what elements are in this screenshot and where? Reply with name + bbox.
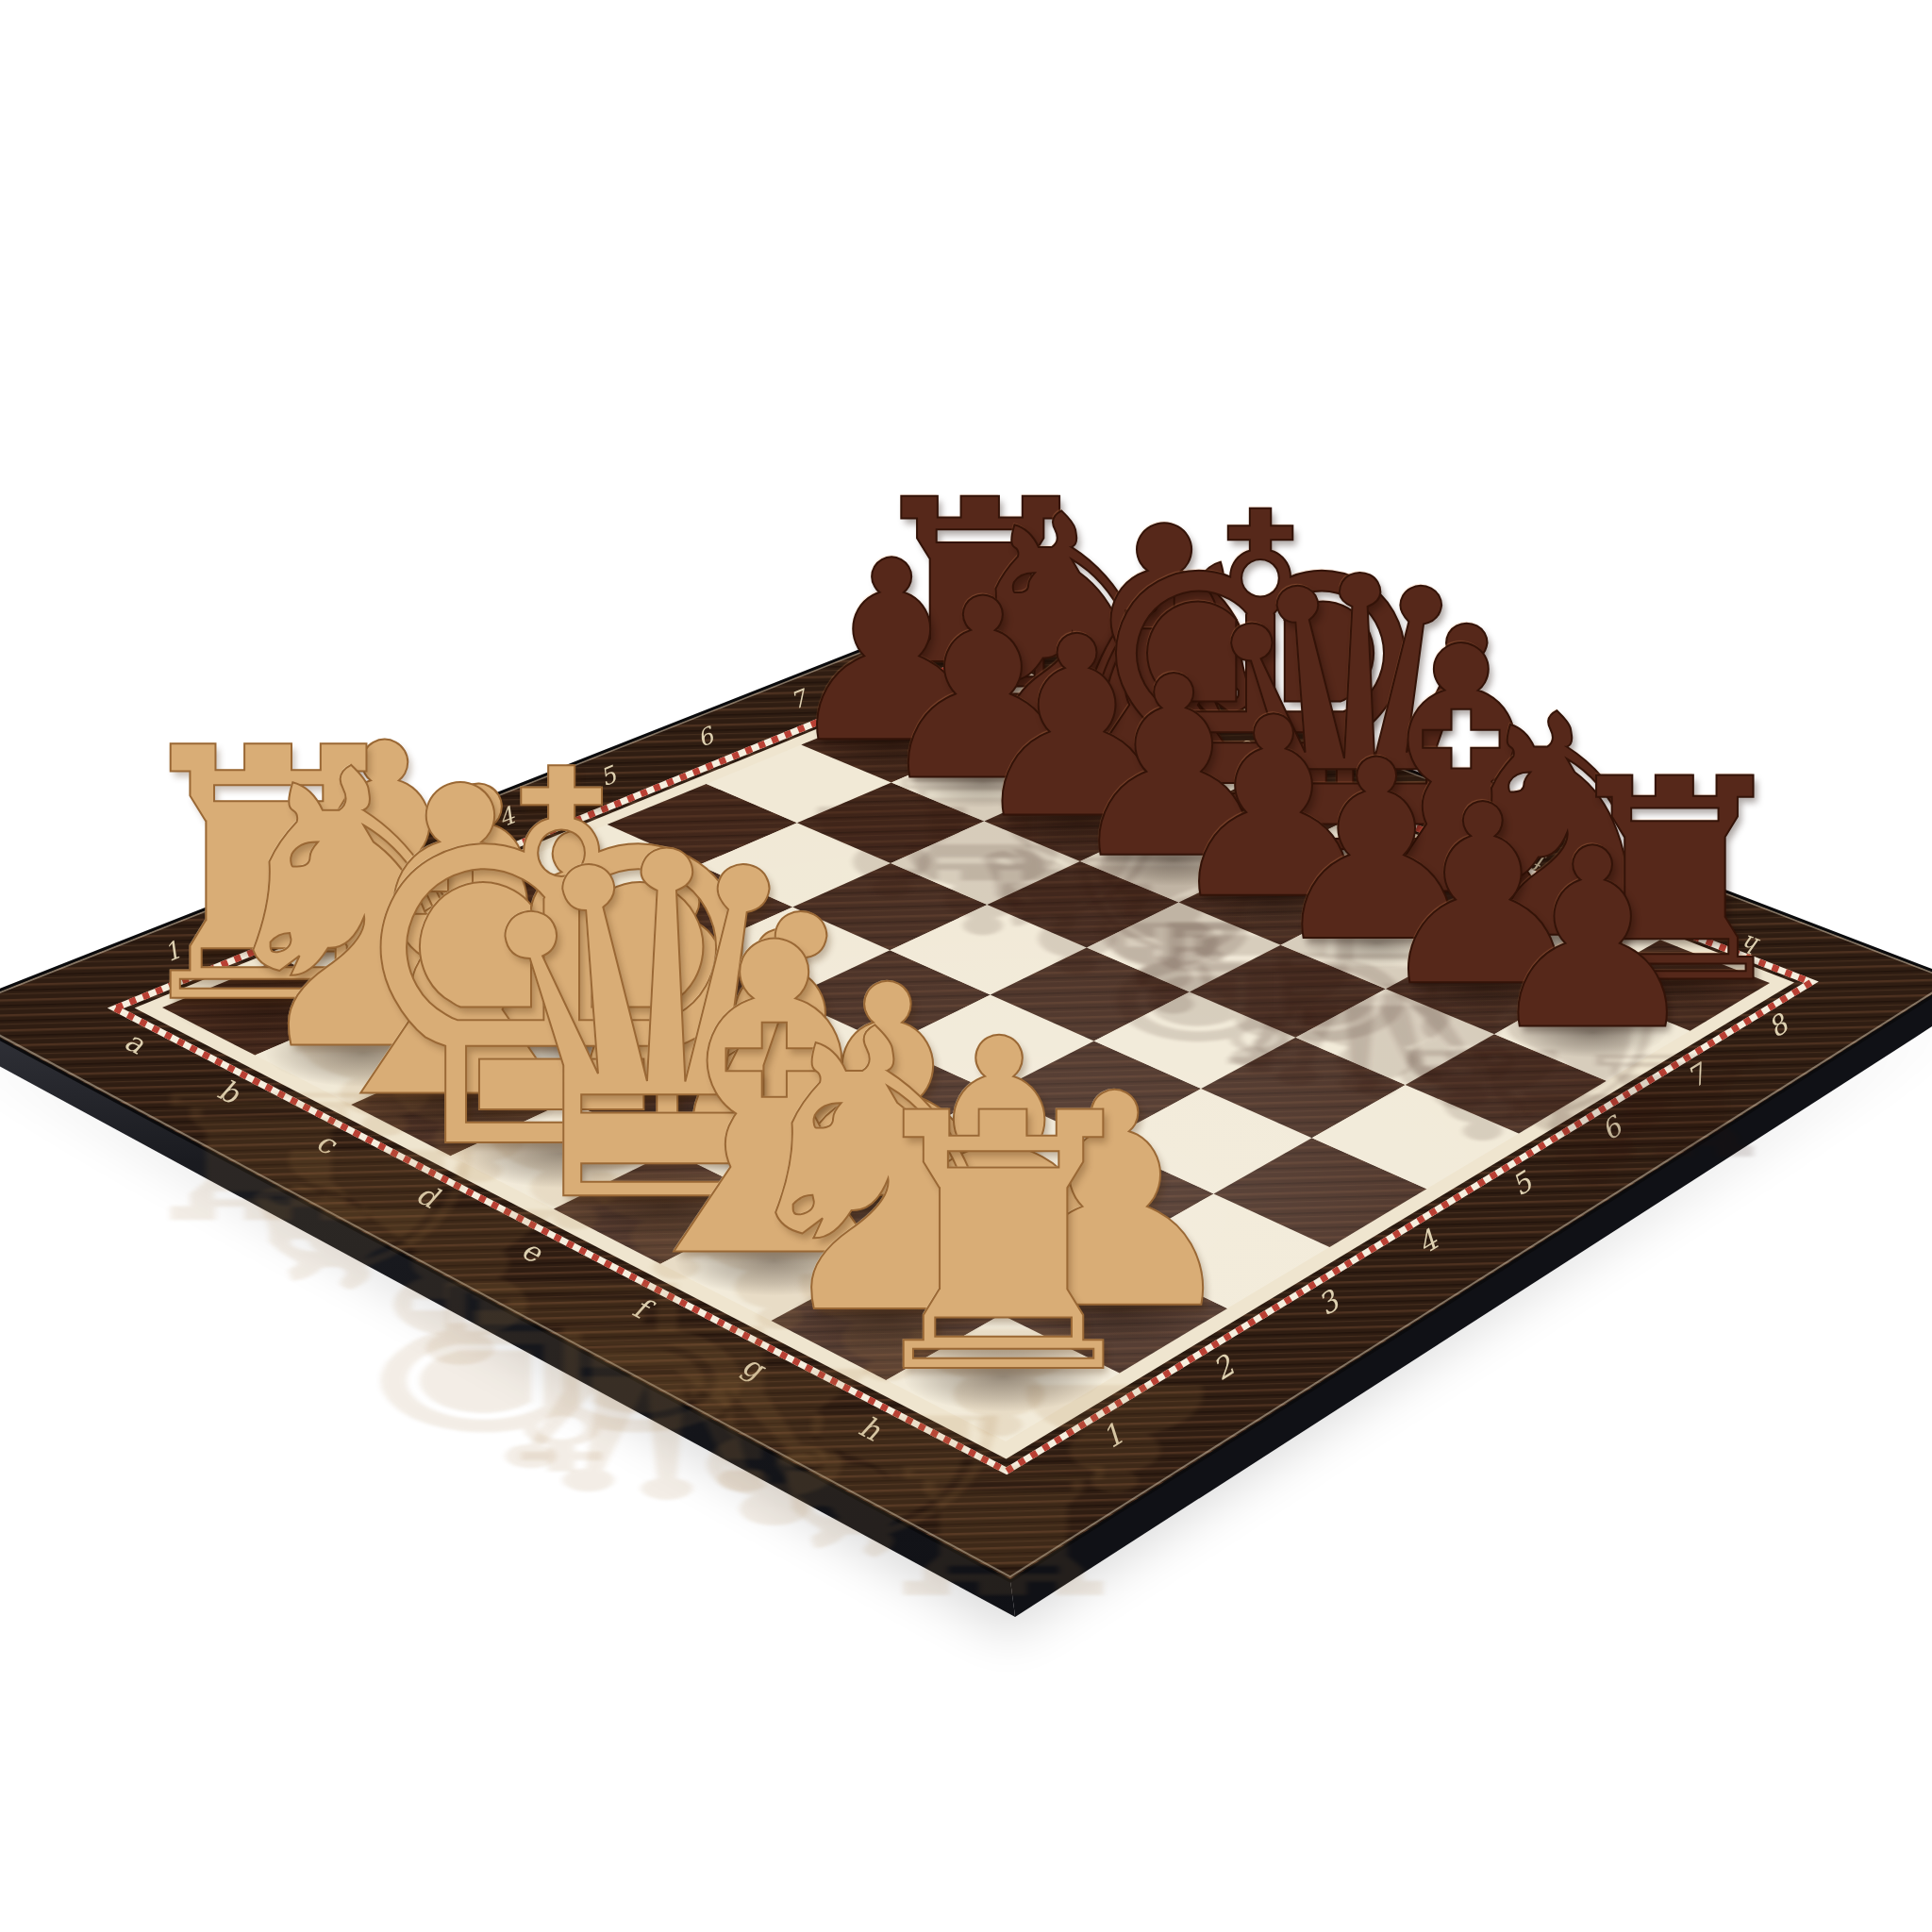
piece-black-pawn-h7[interactable]: ♟ xyxy=(1481,827,1704,1056)
chessboard-scene: aa11bb22cc33dd44ee55ff66gg77hh88 ♜♜♞♞♟♟♞… xyxy=(0,0,1932,1932)
piece-white-rook-h1[interactable]: ♜ xyxy=(844,1083,1162,1409)
